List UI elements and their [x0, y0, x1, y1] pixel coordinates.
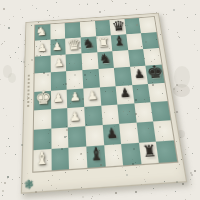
noise-speck — [198, 108, 199, 109]
noise-speck — [185, 199, 186, 200]
noise-speck — [92, 196, 93, 197]
noise-speck — [2, 195, 3, 196]
paper-texture-blotch — [8, 73, 16, 83]
noise-speck — [185, 154, 186, 155]
square-d5 — [82, 69, 99, 88]
noise-speck — [4, 25, 5, 26]
noise-speck — [195, 14, 196, 15]
square-e8 — [95, 20, 111, 36]
noise-speck — [125, 3, 126, 4]
noise-speck — [192, 88, 193, 89]
square-a7: ♟ — [35, 40, 51, 57]
board-grid: ♞♛♟♟♛♞♜♝♟♞♟♚♚♟♟♟♟♟♟♝♝♜ — [33, 17, 177, 172]
noise-speck — [111, 0, 112, 1]
noise-speck — [22, 17, 23, 18]
square-a5 — [34, 73, 50, 92]
noise-speck — [175, 191, 176, 192]
noise-speck — [191, 174, 193, 176]
noise-speck — [58, 16, 59, 17]
square-e6: ♞ — [97, 51, 114, 69]
piece-white-pawn: ♟ — [69, 109, 81, 122]
square-d7: ♞ — [81, 36, 97, 53]
square-b4: ♟ — [51, 89, 68, 109]
square-h2 — [153, 120, 173, 141]
noise-speck — [21, 61, 22, 62]
noise-speck — [190, 194, 191, 195]
noise-speck — [115, 192, 117, 194]
noise-speck — [53, 17, 54, 18]
noise-speck — [185, 149, 186, 150]
noise-speck — [56, 2, 57, 3]
square-d4: ♟ — [83, 87, 101, 107]
noise-speck — [12, 179, 13, 180]
noise-speck — [191, 184, 192, 185]
noise-speck — [149, 5, 150, 6]
noise-speck — [190, 172, 192, 174]
noise-speck — [182, 183, 184, 185]
square-c5 — [66, 70, 83, 89]
noise-speck — [99, 11, 101, 13]
square-a1: ♝ — [33, 149, 51, 172]
square-b7: ♟ — [50, 39, 66, 56]
square-c7: ♛ — [65, 38, 81, 55]
noise-speck — [13, 16, 14, 17]
piece-white-queen: ♛ — [67, 37, 81, 52]
piece-white-knight: ♞ — [35, 25, 47, 38]
noise-speck — [6, 146, 7, 147]
square-c1 — [69, 146, 88, 169]
board-photo: ♞♛♟♟♛♞♜♝♟♞♟♚♚♟♟♟♟♟♟♝♝♜ ❃ — [0, 0, 200, 200]
square-d8 — [80, 21, 96, 37]
noise-speck — [18, 47, 19, 48]
square-b2 — [51, 127, 69, 149]
square-e7: ♜ — [96, 35, 113, 52]
noise-speck — [187, 138, 188, 139]
noise-speck — [8, 138, 9, 139]
paper-texture-blotch — [3, 65, 12, 78]
square-b8 — [50, 23, 65, 39]
noise-speck — [3, 108, 4, 109]
noise-speck — [7, 176, 9, 178]
square-a4: ♚ — [34, 90, 51, 110]
noise-speck — [166, 14, 167, 15]
noise-speck — [99, 194, 100, 195]
noise-speck — [173, 88, 175, 90]
noise-speck — [0, 79, 1, 80]
square-c4: ♟ — [67, 88, 84, 108]
noise-speck — [4, 41, 5, 42]
noise-speck — [13, 126, 14, 127]
noise-speck — [49, 15, 50, 16]
noise-speck — [5, 153, 6, 154]
square-c2 — [68, 126, 86, 148]
noise-speck — [194, 30, 195, 31]
noise-speck — [91, 198, 92, 199]
noise-speck — [47, 10, 48, 11]
square-e3 — [101, 104, 120, 125]
noise-speck — [82, 196, 84, 198]
paper-texture-blotch — [174, 66, 190, 88]
noise-speck — [7, 178, 8, 179]
noise-speck — [192, 153, 193, 154]
noise-speck — [166, 195, 167, 196]
piece-white-pawn: ♟ — [52, 41, 62, 52]
noise-speck — [32, 5, 33, 6]
square-e1 — [104, 144, 124, 167]
noise-speck — [4, 182, 6, 184]
square-h6 — [143, 48, 161, 66]
noise-speck — [176, 84, 178, 86]
noise-speck — [6, 115, 7, 116]
noise-speck — [176, 111, 178, 113]
piece-black-pawn: ♟ — [119, 87, 131, 100]
noise-speck — [196, 119, 197, 120]
piece-white-pawn: ♟ — [37, 42, 47, 53]
noise-speck — [79, 4, 80, 5]
noise-speck — [1, 182, 2, 183]
noise-speck — [188, 147, 189, 148]
square-h4 — [148, 82, 167, 102]
noise-speck — [168, 29, 169, 30]
noise-speck — [9, 19, 10, 20]
piece-white-pawn: ♟ — [54, 57, 65, 69]
noise-speck — [71, 194, 72, 195]
board-margin: ♞♛♟♟♛♞♜♝♟♞♟♚♚♟♟♟♟♟♟♝♝♜ ❃ — [21, 13, 187, 194]
paper-texture-blotch — [173, 84, 190, 97]
square-d6 — [81, 53, 98, 71]
noise-speck — [20, 9, 21, 10]
noise-speck — [97, 3, 98, 4]
noise-speck — [179, 37, 180, 38]
noise-speck — [163, 14, 164, 15]
noise-speck — [190, 179, 191, 180]
square-c8 — [65, 22, 81, 38]
noise-speck — [178, 36, 179, 37]
square-h7 — [141, 32, 159, 49]
noise-speck — [8, 27, 10, 29]
piece-white-king: ♚ — [35, 89, 51, 108]
noise-speck — [0, 24, 1, 25]
piece-black-bishop: ♝ — [89, 146, 105, 164]
board-logo-stamp: ❃ — [24, 177, 35, 192]
noise-speck — [87, 3, 88, 4]
noise-speck — [177, 32, 178, 33]
noise-speck — [136, 9, 137, 10]
square-a2 — [34, 128, 52, 150]
noise-speck — [184, 4, 185, 5]
square-a8: ♞ — [35, 24, 50, 40]
noise-speck — [181, 90, 182, 91]
noise-speck — [36, 8, 37, 9]
noise-speck — [104, 10, 105, 11]
noise-speck — [181, 80, 182, 81]
square-c3: ♟ — [67, 107, 85, 128]
piece-white-pawn: ♟ — [53, 92, 64, 105]
square-d3 — [84, 105, 102, 126]
square-d1: ♝ — [86, 145, 105, 168]
noise-speck — [20, 134, 21, 135]
noise-speck — [151, 193, 152, 194]
piece-black-pawn: ♟ — [106, 126, 119, 140]
noise-speck — [9, 55, 10, 56]
square-b1 — [51, 148, 69, 171]
noise-speck — [180, 137, 181, 138]
piece-black-king: ♚ — [146, 64, 164, 82]
noise-speck — [173, 9, 175, 11]
noise-speck — [135, 191, 137, 193]
noise-speck — [3, 8, 5, 10]
square-e4 — [99, 86, 117, 106]
noise-speck — [194, 44, 195, 45]
square-h1 — [156, 140, 177, 163]
square-b3 — [51, 108, 68, 129]
square-h5: ♚ — [146, 65, 165, 84]
noise-speck — [194, 170, 196, 172]
square-e2: ♟ — [102, 124, 121, 146]
piece-black-knight: ♞ — [82, 38, 95, 51]
noise-speck — [187, 113, 188, 114]
noise-speck — [15, 52, 16, 53]
square-h3 — [151, 101, 171, 121]
noise-speck — [126, 3, 127, 4]
noise-speck — [2, 190, 4, 192]
chess-board: ♞♛♟♟♛♞♜♝♟♞♟♚♚♟♟♟♟♟♟♝♝♜ ❃ — [21, 13, 187, 194]
piece-white-rook: ♜ — [97, 37, 110, 50]
noise-speck — [23, 194, 24, 195]
noise-speck — [10, 57, 11, 58]
piece-black-rook: ♜ — [142, 143, 158, 160]
piece-black-bishop: ♝ — [113, 35, 127, 49]
noise-speck — [19, 177, 20, 178]
piece-white-bishop: ♝ — [35, 150, 50, 169]
piece-white-pawn: ♟ — [69, 91, 80, 104]
square-a6 — [35, 56, 51, 74]
noise-speck — [1, 44, 2, 45]
noise-speck — [20, 34, 21, 35]
square-b6: ♟ — [50, 55, 66, 73]
square-a3 — [34, 109, 51, 130]
piece-black-knight: ♞ — [99, 53, 113, 67]
piece-black-pawn: ♟ — [133, 68, 145, 80]
square-e5 — [98, 68, 116, 87]
board-brand-text — [27, 75, 30, 107]
noise-speck — [2, 43, 3, 44]
noise-speck — [177, 91, 178, 92]
noise-speck — [9, 146, 10, 147]
noise-speck — [187, 17, 188, 18]
square-h8 — [139, 17, 156, 33]
noise-speck — [68, 191, 69, 192]
noise-speck — [112, 1, 113, 2]
square-d2 — [85, 125, 104, 147]
noise-speck — [193, 86, 194, 87]
noise-speck — [18, 58, 19, 59]
noise-speck — [87, 4, 88, 5]
square-b5 — [50, 72, 66, 91]
piece-white-pawn: ♟ — [87, 90, 99, 103]
noise-speck — [197, 50, 198, 51]
noise-speck — [153, 188, 154, 189]
noise-speck — [15, 154, 16, 155]
square-c6 — [66, 54, 82, 72]
